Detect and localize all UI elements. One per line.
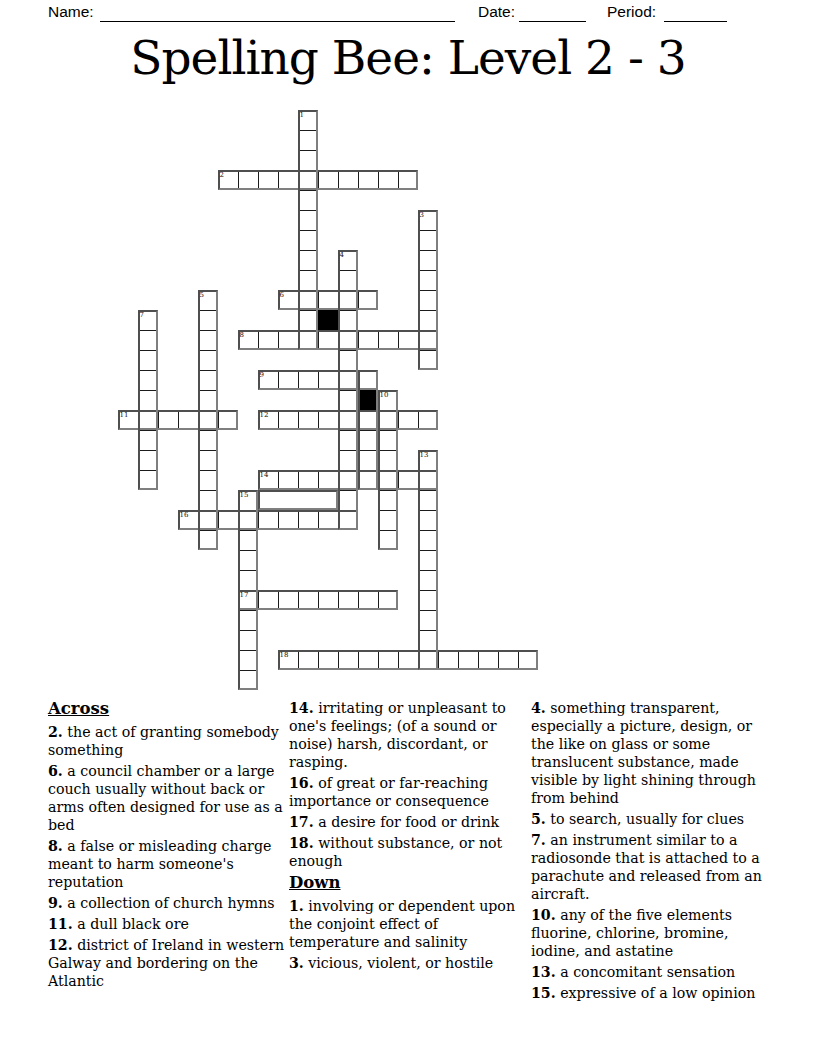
- down-clue-3: 3. vicious, violent, or hostile: [289, 954, 526, 972]
- down-word-4[interactable]: [338, 250, 358, 530]
- clue-column: Across2. the act of granting somebody so…: [48, 699, 285, 993]
- down-word-7[interactable]: [138, 310, 158, 490]
- cell-number-10: 10: [380, 392, 389, 399]
- cell-number-11: 11: [120, 412, 129, 419]
- name-line[interactable]: [100, 21, 455, 22]
- worksheet-page: Name: Date: Period: Spelling Bee: Level …: [0, 0, 816, 1056]
- down-word-15[interactable]: [238, 490, 258, 690]
- cell-number-3: 3: [420, 212, 424, 219]
- across-header: Across: [48, 699, 285, 718]
- clue-number: 13.: [531, 964, 556, 980]
- cell-number-9: 9: [260, 372, 264, 379]
- clue-number: 11.: [48, 916, 73, 932]
- undivided-box[interactable]: [258, 490, 338, 510]
- date-line[interactable]: [519, 21, 586, 22]
- across-clue-9: 9. a collection of church hymns: [48, 894, 285, 912]
- across-clue-2: 2. the act of granting somebody somethin…: [48, 723, 285, 759]
- across-clue-12: 12. district of Ireland in western Galwa…: [48, 936, 285, 990]
- clue-number: 10.: [531, 907, 556, 923]
- cell-number-15: 15: [240, 492, 249, 499]
- clue-number: 8.: [48, 838, 63, 854]
- cell-number-13: 13: [420, 452, 429, 459]
- clue-number: 3.: [289, 955, 304, 971]
- cell-number-14: 14: [260, 472, 269, 479]
- down-clue-7: 7. an instrument similar to a radiosonde…: [531, 831, 768, 903]
- cell-number-4: 4: [340, 252, 344, 259]
- down-clue-1: 1. involving or dependent upon the conjo…: [289, 897, 526, 951]
- across-word-17[interactable]: [238, 590, 398, 610]
- down-clue-13: 13. a concomitant sensation: [531, 963, 768, 981]
- down-word-3[interactable]: [418, 210, 438, 370]
- across-clue-16: 16. of great or far-reaching importance …: [289, 774, 526, 810]
- clue-number: 4.: [531, 700, 546, 716]
- across-word-18[interactable]: [278, 650, 538, 670]
- down-clue-5: 5. to search, usually for clues: [531, 810, 768, 828]
- cell-number-2: 2: [220, 172, 224, 179]
- cell-number-5: 5: [200, 292, 204, 299]
- down-word-5[interactable]: [198, 290, 218, 550]
- clue-number: 14.: [289, 700, 314, 716]
- across-word-11[interactable]: [118, 410, 238, 430]
- across-clue-14: 14. irritating or unpleasant to one's fe…: [289, 699, 526, 771]
- clue-number: 5.: [531, 811, 546, 827]
- down-header: Down: [289, 873, 526, 892]
- cell-number-16: 16: [180, 512, 189, 519]
- across-word-6[interactable]: [278, 290, 378, 310]
- down-clue-10: 10. any of the five elements fluorine, c…: [531, 906, 768, 960]
- down-clue-4: 4. something transparent, especially a p…: [531, 699, 768, 807]
- clue-number: 7.: [531, 832, 546, 848]
- clue-number: 9.: [48, 895, 63, 911]
- clue-number: 18.: [289, 835, 314, 851]
- cell-number-17: 17: [240, 592, 249, 599]
- clue-number: 17.: [289, 814, 314, 830]
- across-clue-6: 6. a council chamber or a large couch us…: [48, 762, 285, 834]
- cell-number-18: 18: [280, 652, 289, 659]
- cell-number-1: 1: [300, 112, 304, 119]
- clue-column: 4. something transparent, especially a p…: [531, 699, 768, 1006]
- across-clue-17: 17. a desire for food or drink: [289, 813, 526, 831]
- across-clue-18: 18. without substance, or not enough: [289, 834, 526, 870]
- clue-number: 15.: [531, 985, 556, 1001]
- down-word-x[interactable]: [358, 370, 378, 490]
- down-clue-15: 15. expressive of a low opinion: [531, 984, 768, 1002]
- down-word-1[interactable]: [298, 110, 318, 350]
- clue-number: 2.: [48, 724, 63, 740]
- clue-column: 14. irritating or unpleasant to one's fe…: [289, 699, 526, 975]
- period-line[interactable]: [664, 21, 727, 22]
- clue-number: 12.: [48, 937, 73, 953]
- across-clue-8: 8. a false or misleading charge meant to…: [48, 837, 285, 891]
- cell-number-8: 8: [240, 332, 244, 339]
- cell-number-7: 7: [140, 312, 144, 319]
- down-word-10[interactable]: [378, 390, 398, 550]
- black-cell: [318, 310, 338, 330]
- down-word-13[interactable]: [418, 450, 438, 670]
- clue-number: 6.: [48, 763, 63, 779]
- across-clue-11: 11. a dull black ore: [48, 915, 285, 933]
- across-word-2[interactable]: [218, 170, 418, 190]
- cell-number-12: 12: [260, 412, 269, 419]
- clue-number: 16.: [289, 775, 314, 791]
- cell-number-6: 6: [280, 292, 284, 299]
- clue-number: 1.: [289, 898, 304, 914]
